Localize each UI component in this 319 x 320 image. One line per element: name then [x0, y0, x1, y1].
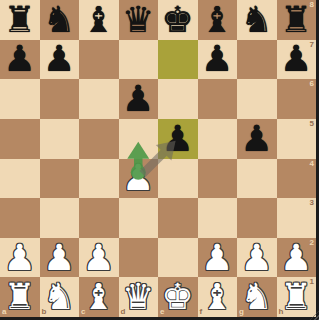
square-f8[interactable]: ♝	[198, 0, 238, 40]
square-d2[interactable]	[119, 238, 159, 278]
piece-white-knight[interactable]: ♞	[241, 279, 273, 315]
square-b8[interactable]: ♞	[40, 0, 80, 40]
square-h2[interactable]: ♟2	[277, 238, 317, 278]
piece-white-pawn[interactable]: ♟	[201, 240, 233, 276]
square-d4[interactable]: ♟	[119, 159, 159, 199]
square-d8[interactable]: ♛	[119, 0, 159, 40]
square-f1[interactable]: ♝f	[198, 277, 238, 317]
board-grid: ♜♞♝♛♚♝♞♜8♟♟♟♟7♟6♟♟5♟43♟♟♟♟♟♟2♜a♞b♝c♛d♚e♝…	[0, 0, 316, 317]
piece-black-pawn[interactable]: ♟	[43, 41, 75, 77]
square-f3[interactable]	[198, 198, 238, 238]
square-g8[interactable]: ♞	[237, 0, 277, 40]
square-f6[interactable]	[198, 79, 238, 119]
piece-white-pawn[interactable]: ♟	[83, 240, 115, 276]
square-g7[interactable]	[237, 40, 277, 80]
square-h6[interactable]: 6	[277, 79, 317, 119]
square-h3[interactable]: 3	[277, 198, 317, 238]
square-b5[interactable]	[40, 119, 80, 159]
square-b6[interactable]	[40, 79, 80, 119]
piece-white-bishop[interactable]: ♝	[83, 279, 115, 315]
piece-white-king[interactable]: ♚	[162, 279, 194, 315]
square-c3[interactable]	[79, 198, 119, 238]
rank-label: 5	[310, 120, 314, 128]
square-h1[interactable]: ♜1h	[277, 277, 317, 317]
square-c7[interactable]	[79, 40, 119, 80]
piece-white-queen[interactable]: ♛	[122, 279, 154, 315]
square-b4[interactable]	[40, 159, 80, 199]
square-a6[interactable]	[0, 79, 40, 119]
square-b1[interactable]: ♞b	[40, 277, 80, 317]
rank-label: 6	[310, 80, 314, 88]
square-e2[interactable]	[158, 238, 198, 278]
piece-black-rook[interactable]: ♜	[280, 2, 312, 38]
square-f5[interactable]	[198, 119, 238, 159]
piece-black-pawn[interactable]: ♟	[122, 81, 154, 117]
square-a5[interactable]	[0, 119, 40, 159]
square-e6[interactable]	[158, 79, 198, 119]
square-a2[interactable]: ♟	[0, 238, 40, 278]
square-b7[interactable]: ♟	[40, 40, 80, 80]
piece-black-rook[interactable]: ♜	[4, 2, 36, 38]
square-e8[interactable]: ♚	[158, 0, 198, 40]
square-g6[interactable]	[237, 79, 277, 119]
square-d1[interactable]: ♛d	[119, 277, 159, 317]
piece-black-bishop[interactable]: ♝	[83, 2, 115, 38]
square-f7[interactable]: ♟	[198, 40, 238, 80]
piece-black-knight[interactable]: ♞	[241, 2, 273, 38]
piece-black-pawn[interactable]: ♟	[201, 41, 233, 77]
square-b3[interactable]	[40, 198, 80, 238]
rank-label: 4	[310, 160, 314, 168]
square-e4[interactable]	[158, 159, 198, 199]
square-a4[interactable]	[0, 159, 40, 199]
piece-white-pawn[interactable]: ♟	[43, 240, 75, 276]
square-c5[interactable]	[79, 119, 119, 159]
chess-board: ♜♞♝♛♚♝♞♜8♟♟♟♟7♟6♟♟5♟43♟♟♟♟♟♟2♜a♞b♝c♛d♚e♝…	[0, 0, 319, 320]
piece-white-pawn[interactable]: ♟	[122, 160, 154, 196]
piece-black-pawn[interactable]: ♟	[241, 121, 273, 157]
square-g3[interactable]	[237, 198, 277, 238]
square-e3[interactable]	[158, 198, 198, 238]
piece-black-pawn[interactable]: ♟	[4, 41, 36, 77]
square-b2[interactable]: ♟	[40, 238, 80, 278]
piece-black-king[interactable]: ♚	[162, 2, 194, 38]
square-e1[interactable]: ♚e	[158, 277, 198, 317]
square-a3[interactable]	[0, 198, 40, 238]
piece-white-pawn[interactable]: ♟	[280, 240, 312, 276]
square-f2[interactable]: ♟	[198, 238, 238, 278]
piece-black-knight[interactable]: ♞	[43, 2, 75, 38]
square-c4[interactable]	[79, 159, 119, 199]
piece-black-queen[interactable]: ♛	[122, 2, 154, 38]
square-h5[interactable]: 5	[277, 119, 317, 159]
square-d6[interactable]: ♟	[119, 79, 159, 119]
square-c1[interactable]: ♝c	[79, 277, 119, 317]
square-h8[interactable]: ♜8	[277, 0, 317, 40]
piece-white-rook[interactable]: ♜	[4, 279, 36, 315]
square-h4[interactable]: 4	[277, 159, 317, 199]
square-c6[interactable]	[79, 79, 119, 119]
piece-black-bishop[interactable]: ♝	[201, 2, 233, 38]
square-e5[interactable]: ♟	[158, 119, 198, 159]
square-c2[interactable]: ♟	[79, 238, 119, 278]
square-d5[interactable]	[119, 119, 159, 159]
rank-label: 3	[310, 199, 314, 207]
square-a1[interactable]: ♜a	[0, 277, 40, 317]
square-g5[interactable]: ♟	[237, 119, 277, 159]
square-d3[interactable]	[119, 198, 159, 238]
piece-black-pawn[interactable]: ♟	[280, 41, 312, 77]
piece-white-knight[interactable]: ♞	[43, 279, 75, 315]
piece-white-rook[interactable]: ♜	[280, 279, 312, 315]
piece-white-bishop[interactable]: ♝	[201, 279, 233, 315]
square-d7[interactable]	[119, 40, 159, 80]
piece-white-pawn[interactable]: ♟	[241, 240, 273, 276]
square-a8[interactable]: ♜	[0, 0, 40, 40]
square-f4[interactable]	[198, 159, 238, 199]
square-g2[interactable]: ♟	[237, 238, 277, 278]
square-h7[interactable]: ♟7	[277, 40, 317, 80]
square-c8[interactable]: ♝	[79, 0, 119, 40]
square-a7[interactable]: ♟	[0, 40, 40, 80]
piece-black-pawn[interactable]: ♟	[162, 121, 194, 157]
piece-white-pawn[interactable]: ♟	[4, 240, 36, 276]
square-g1[interactable]: ♞g	[237, 277, 277, 317]
square-g4[interactable]	[237, 159, 277, 199]
square-e7[interactable]	[158, 40, 198, 80]
